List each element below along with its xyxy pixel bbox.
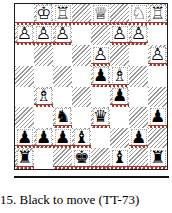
black-rook-a8: ♜ xyxy=(150,149,165,166)
square-b5 xyxy=(129,87,148,108)
white-pawn-f2: ♙ xyxy=(55,25,70,42)
black-rook-h8: ♜ xyxy=(17,149,32,166)
square-h5 xyxy=(15,87,34,108)
square-a4 xyxy=(148,66,167,87)
white-pawn-c2: ♙ xyxy=(112,25,127,42)
red-squiggle-row2 xyxy=(15,42,72,45)
white-pawn-d3: ♙ xyxy=(93,46,108,63)
white-king-g1: ♔ xyxy=(36,5,51,22)
red-squiggle-row6 xyxy=(91,125,110,128)
board-bottom-rule xyxy=(14,176,169,178)
square-b4 xyxy=(129,66,148,87)
white-bishop-g5: ♗ xyxy=(36,87,51,104)
square-e4 xyxy=(72,66,91,87)
white-rook-a1: ♖ xyxy=(150,5,165,22)
square-h4 xyxy=(15,66,34,87)
square-g3 xyxy=(34,45,53,66)
square-e5 xyxy=(72,87,91,108)
diagram-page: ♔♖♕♘♖♙♙♙♙♙♙♙♟♗♗♟♞♛♟♟♟♟♝♟♜♚♝♜ 15. Black t… xyxy=(0,0,172,213)
black-pawn-d4: ♟ xyxy=(93,67,108,84)
square-b6 xyxy=(129,107,148,128)
black-king-e8: ♚ xyxy=(74,149,89,166)
black-pawn-h7: ♟ xyxy=(17,129,32,146)
black-queen-d6: ♛ xyxy=(93,108,108,125)
black-pawn-a6: ♟ xyxy=(150,108,165,125)
red-squiggle-row6 xyxy=(148,125,167,128)
white-queen-d1: ♕ xyxy=(93,5,108,22)
black-knight-f6: ♞ xyxy=(55,108,70,125)
red-squiggle-row3 xyxy=(91,63,110,66)
square-d7 xyxy=(91,128,110,149)
square-f4 xyxy=(53,66,72,87)
square-a7 xyxy=(148,128,167,149)
red-squiggle-row5 xyxy=(34,104,53,107)
red-squiggle-row3 xyxy=(148,63,167,66)
white-pawn-b2: ♙ xyxy=(131,25,146,42)
square-c3 xyxy=(110,45,129,66)
square-g6 xyxy=(34,107,53,128)
black-pawn-f7: ♟ xyxy=(55,129,70,146)
white-rook-f1: ♖ xyxy=(55,5,70,22)
square-b3 xyxy=(129,45,148,66)
chess-board: ♔♖♕♘♖♙♙♙♙♙♙♙♟♗♗♟♞♛♟♟♟♟♝♟♜♚♝♜ xyxy=(14,3,168,170)
red-squiggle-row2 xyxy=(110,42,148,45)
white-pawn-h2: ♙ xyxy=(17,25,32,42)
square-a5 xyxy=(148,87,167,108)
red-squiggle-row6 xyxy=(53,125,72,128)
square-a2 xyxy=(148,25,167,46)
red-squiggle-row7 xyxy=(129,145,148,148)
black-pawn-g7: ♟ xyxy=(36,129,51,146)
red-squiggle-row4 xyxy=(91,84,129,87)
black-bishop-c8: ♝ xyxy=(112,149,127,166)
square-c7 xyxy=(110,128,129,149)
white-pawn-a3: ♙ xyxy=(150,46,165,63)
white-pawn-g2: ♙ xyxy=(36,25,51,42)
red-squiggle-row8 xyxy=(53,166,167,169)
white-bishop-c4: ♗ xyxy=(112,67,127,84)
diagram-caption: 15. Black to move (TT-73) xyxy=(0,192,172,208)
square-e3 xyxy=(72,45,91,66)
red-squiggle-row5 xyxy=(110,104,129,107)
square-d2 xyxy=(91,25,110,46)
square-g4 xyxy=(34,66,53,87)
black-pawn-c5: ♟ xyxy=(112,87,127,104)
square-d5 xyxy=(91,87,110,108)
black-pawn-b7: ♟ xyxy=(131,129,146,146)
square-f5 xyxy=(53,87,72,108)
square-c6 xyxy=(110,107,129,128)
square-h3 xyxy=(15,45,34,66)
black-bishop-e7: ♝ xyxy=(74,129,89,146)
square-f3 xyxy=(53,45,72,66)
square-e2 xyxy=(72,25,91,46)
white-knight-b1: ♘ xyxy=(131,5,146,22)
red-squiggle-row7 xyxy=(15,145,91,148)
red-squiggle-row1 xyxy=(15,22,167,25)
square-g8 xyxy=(34,148,53,169)
square-e6 xyxy=(72,107,91,128)
red-squiggle-row8 xyxy=(15,166,34,169)
square-h6 xyxy=(15,107,34,128)
